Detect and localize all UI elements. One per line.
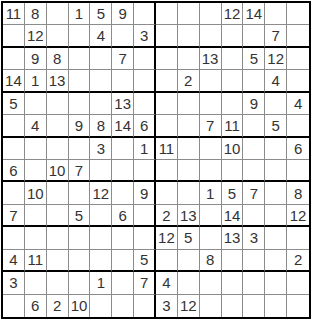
cell-r2c9[interactable] [178, 25, 200, 47]
cell-r8c14[interactable] [287, 160, 309, 182]
cell-r14c11[interactable] [222, 295, 244, 317]
cell-r1c8[interactable] [156, 3, 178, 25]
cell-r7c14: 6 [287, 138, 309, 160]
cell-r13c9[interactable] [178, 272, 200, 294]
cell-r10c2[interactable] [25, 205, 47, 227]
cell-r8c6[interactable] [112, 160, 134, 182]
cell-r8c4: 7 [69, 160, 91, 182]
cell-r8c11[interactable] [222, 160, 244, 182]
cell-r8c13[interactable] [265, 160, 287, 182]
cell-r12c3[interactable] [47, 250, 69, 272]
cell-r9c11: 5 [222, 182, 244, 204]
cell-r6c10: 7 [200, 115, 222, 137]
cell-r7c3[interactable] [47, 138, 69, 160]
cell-r2c10[interactable] [200, 25, 222, 47]
cell-r7c9[interactable] [178, 138, 200, 160]
cell-r3c3: 8 [47, 48, 69, 70]
cell-r4c11[interactable] [222, 70, 244, 92]
cell-r5c3[interactable] [47, 93, 69, 115]
cell-r4c7[interactable] [134, 70, 156, 92]
cell-r5c11[interactable] [222, 93, 244, 115]
cell-r5c7[interactable] [134, 93, 156, 115]
cell-r14c7[interactable] [134, 295, 156, 317]
cell-r8c12[interactable] [243, 160, 265, 182]
cell-r1c4: 1 [69, 3, 91, 25]
cell-r7c2[interactable] [25, 138, 47, 160]
cell-r3c12: 5 [243, 48, 265, 70]
cell-r3c4[interactable] [69, 48, 91, 70]
cell-r4c1: 14 [3, 70, 25, 92]
cell-r9c14: 8 [287, 182, 309, 204]
cell-r2c1[interactable] [3, 25, 25, 47]
cell-r2c4[interactable] [69, 25, 91, 47]
cell-r2c5: 4 [90, 25, 112, 47]
cell-r1c6: 9 [112, 3, 134, 25]
cell-r10c6: 6 [112, 205, 134, 227]
cell-r7c6[interactable] [112, 138, 134, 160]
cell-r4c13: 4 [265, 70, 287, 92]
cell-r10c4: 5 [69, 205, 91, 227]
cell-r11c1[interactable] [3, 227, 25, 249]
cell-r9c12: 7 [243, 182, 265, 204]
cell-r12c8[interactable] [156, 250, 178, 272]
cell-r13c5: 1 [90, 272, 112, 294]
cell-r14c8: 3 [156, 295, 178, 317]
cell-r5c5[interactable] [90, 93, 112, 115]
cell-r11c3[interactable] [47, 227, 69, 249]
cell-r4c3: 13 [47, 70, 69, 92]
cell-r12c12[interactable] [243, 250, 265, 272]
cell-r9c5: 12 [90, 182, 112, 204]
cell-r6c5: 8 [90, 115, 112, 137]
cell-r11c8: 12 [156, 227, 178, 249]
cell-r8c1: 6 [3, 160, 25, 182]
cell-r9c1[interactable] [3, 182, 25, 204]
cell-r10c11: 14 [222, 205, 244, 227]
cell-r13c10[interactable] [200, 272, 222, 294]
cell-r14c13[interactable] [265, 295, 287, 317]
cell-r3c5[interactable] [90, 48, 112, 70]
cell-r11c6[interactable] [112, 227, 134, 249]
cell-r13c2[interactable] [25, 272, 47, 294]
cell-r3c10: 13 [200, 48, 222, 70]
cell-r8c7[interactable] [134, 160, 156, 182]
cell-r12c6[interactable] [112, 250, 134, 272]
cell-r2c12[interactable] [243, 25, 265, 47]
cell-r4c2: 1 [25, 70, 47, 92]
cell-r1c1: 11 [3, 3, 25, 25]
cell-r7c12[interactable] [243, 138, 265, 160]
cell-r10c8: 2 [156, 205, 178, 227]
cell-r10c14: 12 [287, 205, 309, 227]
cell-r1c9[interactable] [178, 3, 200, 25]
cell-r14c14[interactable] [287, 295, 309, 317]
cell-r12c14: 2 [287, 250, 309, 272]
cell-r7c10[interactable] [200, 138, 222, 160]
cell-r6c13: 5 [265, 115, 287, 137]
cell-r9c3[interactable] [47, 182, 69, 204]
cell-r13c3[interactable] [47, 272, 69, 294]
cell-r4c9: 2 [178, 70, 200, 92]
cell-r1c7[interactable] [134, 3, 156, 25]
cell-r4c10[interactable] [200, 70, 222, 92]
cell-r6c8[interactable] [156, 115, 178, 137]
cell-r14c5[interactable] [90, 295, 112, 317]
cell-r13c8: 4 [156, 272, 178, 294]
cell-r6c7: 6 [134, 115, 156, 137]
cell-r9c6[interactable] [112, 182, 134, 204]
cell-r5c14: 4 [287, 93, 309, 115]
cell-r8c9[interactable] [178, 160, 200, 182]
cell-r3c7[interactable] [134, 48, 156, 70]
cell-r4c4[interactable] [69, 70, 91, 92]
cell-r10c3[interactable] [47, 205, 69, 227]
cell-r1c11: 12 [222, 3, 244, 25]
cell-r2c6[interactable] [112, 25, 134, 47]
cell-r9c8[interactable] [156, 182, 178, 204]
cell-r5c8[interactable] [156, 93, 178, 115]
cell-r13c14[interactable] [287, 272, 309, 294]
cell-r1c14[interactable] [287, 3, 309, 25]
cell-r1c2: 8 [25, 3, 47, 25]
cell-r11c13[interactable] [265, 227, 287, 249]
cell-r2c13: 7 [265, 25, 287, 47]
cell-r6c1[interactable] [3, 115, 25, 137]
cell-r5c4[interactable] [69, 93, 91, 115]
cell-r8c10[interactable] [200, 160, 222, 182]
cell-r5c6: 13 [112, 93, 134, 115]
cell-r14c12[interactable] [243, 295, 265, 317]
cell-r13c1: 3 [3, 272, 25, 294]
cell-r4c14[interactable] [287, 70, 309, 92]
cell-r10c10[interactable] [200, 205, 222, 227]
cell-r6c9[interactable] [178, 115, 200, 137]
cell-r4c8[interactable] [156, 70, 178, 92]
sudoku-board: 1181591214124379871351214113245139449814… [1, 1, 311, 319]
cell-r13c13[interactable] [265, 272, 287, 294]
cell-r5c9[interactable] [178, 93, 200, 115]
cell-r14c9: 12 [178, 295, 200, 317]
cell-r6c2: 4 [25, 115, 47, 137]
cell-r11c5[interactable] [90, 227, 112, 249]
cell-r4c12[interactable] [243, 70, 265, 92]
cell-r2c3[interactable] [47, 25, 69, 47]
cell-r2c14[interactable] [287, 25, 309, 47]
cell-r11c12: 3 [243, 227, 265, 249]
cell-r10c9: 13 [178, 205, 200, 227]
cell-r13c12[interactable] [243, 272, 265, 294]
cell-r11c11: 13 [222, 227, 244, 249]
cell-r6c12[interactable] [243, 115, 265, 137]
cell-r7c11: 10 [222, 138, 244, 160]
cell-r9c7: 9 [134, 182, 156, 204]
cell-r6c6: 14 [112, 115, 134, 137]
cell-r13c4[interactable] [69, 272, 91, 294]
cell-r14c4: 10 [69, 295, 91, 317]
cell-r8c3: 10 [47, 160, 69, 182]
cell-r11c10[interactable] [200, 227, 222, 249]
cell-r5c10[interactable] [200, 93, 222, 115]
cell-r7c13[interactable] [265, 138, 287, 160]
cell-r2c2: 12 [25, 25, 47, 47]
cell-r3c6: 7 [112, 48, 134, 70]
cell-r3c8[interactable] [156, 48, 178, 70]
cell-r3c9[interactable] [178, 48, 200, 70]
cell-r1c10[interactable] [200, 3, 222, 25]
cell-r13c7: 7 [134, 272, 156, 294]
cell-r1c12: 14 [243, 3, 265, 25]
cell-r4c5[interactable] [90, 70, 112, 92]
cell-r14c10[interactable] [200, 295, 222, 317]
cell-r12c1: 4 [3, 250, 25, 272]
cell-r10c1: 7 [3, 205, 25, 227]
cell-r10c5[interactable] [90, 205, 112, 227]
cell-r5c13[interactable] [265, 93, 287, 115]
cell-r11c4[interactable] [69, 227, 91, 249]
cell-r8c8[interactable] [156, 160, 178, 182]
cell-r7c4[interactable] [69, 138, 91, 160]
cell-r3c1[interactable] [3, 48, 25, 70]
cell-r5c12: 9 [243, 93, 265, 115]
cell-r14c1[interactable] [3, 295, 25, 317]
cell-r10c12[interactable] [243, 205, 265, 227]
cell-r11c14[interactable] [287, 227, 309, 249]
cell-r12c7: 5 [134, 250, 156, 272]
cell-r12c2: 11 [25, 250, 47, 272]
cell-r14c6[interactable] [112, 295, 134, 317]
cell-r9c9[interactable] [178, 182, 200, 204]
cell-r10c7[interactable] [134, 205, 156, 227]
cell-r5c1: 5 [3, 93, 25, 115]
cell-r13c6[interactable] [112, 272, 134, 294]
cell-r11c7[interactable] [134, 227, 156, 249]
cell-r8c2[interactable] [25, 160, 47, 182]
cell-r1c3[interactable] [47, 3, 69, 25]
cell-r12c5[interactable] [90, 250, 112, 272]
cell-r9c10: 1 [200, 182, 222, 204]
cell-r2c11[interactable] [222, 25, 244, 47]
cell-r10c13[interactable] [265, 205, 287, 227]
cell-r14c3: 2 [47, 295, 69, 317]
cell-r9c2: 10 [25, 182, 47, 204]
cell-r7c7: 1 [134, 138, 156, 160]
cell-r14c2: 6 [25, 295, 47, 317]
cell-r9c4[interactable] [69, 182, 91, 204]
cell-r12c4[interactable] [69, 250, 91, 272]
cell-r11c2[interactable] [25, 227, 47, 249]
cell-r9c13[interactable] [265, 182, 287, 204]
cell-r12c11[interactable] [222, 250, 244, 272]
cell-r7c8: 11 [156, 138, 178, 160]
cell-r2c7: 3 [134, 25, 156, 47]
cell-r3c11[interactable] [222, 48, 244, 70]
cell-r6c11: 11 [222, 115, 244, 137]
cell-r7c5: 3 [90, 138, 112, 160]
cell-r3c13: 12 [265, 48, 287, 70]
cell-r4c6[interactable] [112, 70, 134, 92]
cell-r8c5[interactable] [90, 160, 112, 182]
cell-r5c2[interactable] [25, 93, 47, 115]
cell-r3c2: 9 [25, 48, 47, 70]
cell-r2c8[interactable] [156, 25, 178, 47]
cell-r3c14[interactable] [287, 48, 309, 70]
cell-r6c14[interactable] [287, 115, 309, 137]
cell-r12c13[interactable] [265, 250, 287, 272]
cell-r12c10: 8 [200, 250, 222, 272]
cell-r6c3[interactable] [47, 115, 69, 137]
cell-r12c9[interactable] [178, 250, 200, 272]
cell-r1c5: 5 [90, 3, 112, 25]
cell-r11c9: 5 [178, 227, 200, 249]
cell-r1c13[interactable] [265, 3, 287, 25]
cell-r13c11[interactable] [222, 272, 244, 294]
cell-r7c1[interactable] [3, 138, 25, 160]
cell-r6c4: 9 [69, 115, 91, 137]
